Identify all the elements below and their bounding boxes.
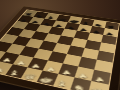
piece-black-pawn-h7[interactable]: ♟ — [101, 31, 117, 36]
chess-board: ♜♞♝♛♚♝♞♜♟♟♟♟♟♟♟♟♟♟♟♟♟♟♟♟♜♞♝♛♚♝♞♜ — [0, 6, 120, 90]
table-background: ♜♞♝♛♚♝♞♜♟♟♟♟♟♟♟♟♟♟♟♟♟♟♟♟♜♞♝♛♚♝♞♜ — [0, 0, 120, 90]
piece-black-rook-h8[interactable]: ♜ — [103, 25, 118, 29]
